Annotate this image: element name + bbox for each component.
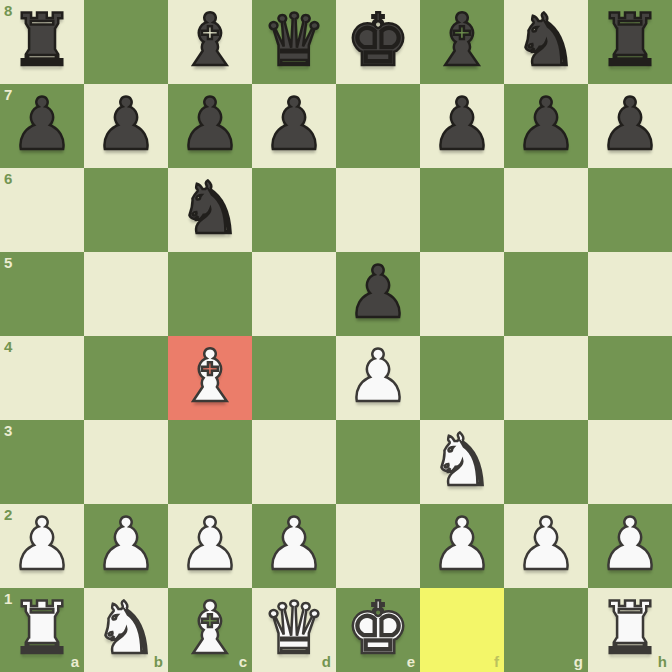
square-f6[interactable]: [420, 168, 504, 252]
square-b7[interactable]: ♟: [84, 84, 168, 168]
chess-board: 8♜♝♛♚♝♞♜7♟♟♟♟♟♟♟6♞5♟4♝♟3♞2♟♟♟♟♟♟♟1a♜b♞c♝…: [0, 0, 672, 672]
piece-white-rook-a1[interactable]: ♜: [0, 588, 84, 672]
piece-black-pawn-e5[interactable]: ♟: [336, 252, 420, 336]
piece-white-pawn-d2[interactable]: ♟: [252, 504, 336, 588]
piece-white-pawn-h2[interactable]: ♟: [588, 504, 672, 588]
piece-black-bishop-c8[interactable]: ♝: [168, 0, 252, 84]
piece-white-rook-h1[interactable]: ♜: [588, 588, 672, 672]
square-b2[interactable]: ♟: [84, 504, 168, 588]
piece-white-pawn-g2[interactable]: ♟: [504, 504, 588, 588]
square-b1[interactable]: b♞: [84, 588, 168, 672]
square-a8[interactable]: 8♜: [0, 0, 84, 84]
square-a1[interactable]: 1a♜: [0, 588, 84, 672]
square-g1[interactable]: g: [504, 588, 588, 672]
piece-white-queen-d1[interactable]: ♛: [252, 588, 336, 672]
square-b5[interactable]: [84, 252, 168, 336]
square-e8[interactable]: ♚: [336, 0, 420, 84]
piece-black-pawn-b7[interactable]: ♟: [84, 84, 168, 168]
piece-black-pawn-f7[interactable]: ♟: [420, 84, 504, 168]
square-a3[interactable]: 3: [0, 420, 84, 504]
square-a7[interactable]: 7♟: [0, 84, 84, 168]
square-g4[interactable]: [504, 336, 588, 420]
square-g3[interactable]: [504, 420, 588, 504]
square-c6[interactable]: ♞: [168, 168, 252, 252]
square-f1[interactable]: f: [420, 588, 504, 672]
square-a4[interactable]: 4: [0, 336, 84, 420]
square-h3[interactable]: [588, 420, 672, 504]
piece-black-pawn-h7[interactable]: ♟: [588, 84, 672, 168]
square-a6[interactable]: 6: [0, 168, 84, 252]
square-f2[interactable]: ♟: [420, 504, 504, 588]
piece-white-bishop-c1[interactable]: ♝: [168, 588, 252, 672]
piece-white-pawn-c2[interactable]: ♟: [168, 504, 252, 588]
piece-black-pawn-d7[interactable]: ♟: [252, 84, 336, 168]
square-h7[interactable]: ♟: [588, 84, 672, 168]
square-f5[interactable]: [420, 252, 504, 336]
square-e2[interactable]: [336, 504, 420, 588]
square-d7[interactable]: ♟: [252, 84, 336, 168]
square-e1[interactable]: e♚: [336, 588, 420, 672]
square-c7[interactable]: ♟: [168, 84, 252, 168]
square-h6[interactable]: [588, 168, 672, 252]
square-h2[interactable]: ♟: [588, 504, 672, 588]
square-g2[interactable]: ♟: [504, 504, 588, 588]
square-g8[interactable]: ♞: [504, 0, 588, 84]
square-d8[interactable]: ♛: [252, 0, 336, 84]
coord-file-f: f: [494, 654, 499, 669]
square-e6[interactable]: [336, 168, 420, 252]
square-a5[interactable]: 5: [0, 252, 84, 336]
square-f3[interactable]: ♞: [420, 420, 504, 504]
square-d2[interactable]: ♟: [252, 504, 336, 588]
piece-black-pawn-a7[interactable]: ♟: [0, 84, 84, 168]
piece-white-knight-f3[interactable]: ♞: [420, 420, 504, 504]
square-e3[interactable]: [336, 420, 420, 504]
square-g7[interactable]: ♟: [504, 84, 588, 168]
square-e5[interactable]: ♟: [336, 252, 420, 336]
square-d3[interactable]: [252, 420, 336, 504]
square-c1[interactable]: c♝: [168, 588, 252, 672]
square-a2[interactable]: 2♟: [0, 504, 84, 588]
piece-white-pawn-b2[interactable]: ♟: [84, 504, 168, 588]
coord-rank-3: 3: [4, 423, 12, 438]
square-e4[interactable]: ♟: [336, 336, 420, 420]
piece-black-pawn-g7[interactable]: ♟: [504, 84, 588, 168]
square-b4[interactable]: [84, 336, 168, 420]
piece-white-pawn-e4[interactable]: ♟: [336, 336, 420, 420]
coord-rank-5: 5: [4, 255, 12, 270]
square-d1[interactable]: d♛: [252, 588, 336, 672]
square-h5[interactable]: [588, 252, 672, 336]
piece-black-king-e8[interactable]: ♚: [336, 0, 420, 84]
square-c3[interactable]: [168, 420, 252, 504]
piece-white-pawn-f2[interactable]: ♟: [420, 504, 504, 588]
square-f7[interactable]: ♟: [420, 84, 504, 168]
square-c8[interactable]: ♝: [168, 0, 252, 84]
piece-black-knight-g8[interactable]: ♞: [504, 0, 588, 84]
square-f8[interactable]: ♝: [420, 0, 504, 84]
coord-rank-4: 4: [4, 339, 12, 354]
square-h4[interactable]: [588, 336, 672, 420]
piece-black-pawn-c7[interactable]: ♟: [168, 84, 252, 168]
square-b8[interactable]: [84, 0, 168, 84]
piece-black-rook-a8[interactable]: ♜: [0, 0, 84, 84]
square-b3[interactable]: [84, 420, 168, 504]
piece-black-bishop-f8[interactable]: ♝: [420, 0, 504, 84]
square-h1[interactable]: h♜: [588, 588, 672, 672]
piece-black-knight-c6[interactable]: ♞: [168, 168, 252, 252]
coord-rank-6: 6: [4, 171, 12, 186]
square-b6[interactable]: [84, 168, 168, 252]
square-g6[interactable]: [504, 168, 588, 252]
square-d5[interactable]: [252, 252, 336, 336]
square-e7[interactable]: [336, 84, 420, 168]
square-f4[interactable]: [420, 336, 504, 420]
square-c2[interactable]: ♟: [168, 504, 252, 588]
square-g5[interactable]: [504, 252, 588, 336]
square-c4[interactable]: ♝: [168, 336, 252, 420]
piece-white-knight-b1[interactable]: ♞: [84, 588, 168, 672]
square-d4[interactable]: [252, 336, 336, 420]
piece-white-king-e1[interactable]: ♚: [336, 588, 420, 672]
square-c5[interactable]: [168, 252, 252, 336]
piece-white-pawn-a2[interactable]: ♟: [0, 504, 84, 588]
piece-black-queen-d8[interactable]: ♛: [252, 0, 336, 84]
piece-black-rook-h8[interactable]: ♜: [588, 0, 672, 84]
square-h8[interactable]: ♜: [588, 0, 672, 84]
coord-file-g: g: [574, 654, 583, 669]
square-d6[interactable]: [252, 168, 336, 252]
piece-white-bishop-c4[interactable]: ♝: [168, 336, 252, 420]
